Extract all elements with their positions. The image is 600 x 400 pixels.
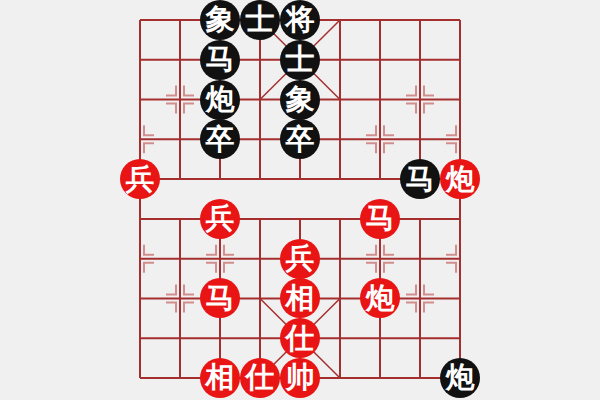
piece-red-horse[interactable]: 马 (200, 278, 240, 318)
piece-red-advisor[interactable]: 仕 (240, 358, 280, 398)
piece-red-soldier[interactable]: 兵 (200, 199, 240, 239)
piece-black-horse[interactable]: 马 (200, 40, 240, 80)
piece-black-soldier[interactable]: 卒 (280, 119, 320, 159)
piece-red-general[interactable]: 帅 (280, 358, 320, 398)
piece-red-advisor[interactable]: 仕 (280, 318, 320, 358)
piece-red-cannon[interactable]: 炮 (440, 159, 480, 199)
piece-black-soldier[interactable]: 卒 (200, 119, 240, 159)
piece-black-cannon[interactable]: 炮 (440, 358, 480, 398)
piece-red-horse[interactable]: 马 (360, 199, 400, 239)
piece-black-horse[interactable]: 马 (400, 159, 440, 199)
piece-black-advisor[interactable]: 士 (240, 0, 280, 40)
piece-red-soldier[interactable]: 兵 (120, 159, 160, 199)
piece-black-elephant[interactable]: 象 (200, 0, 240, 40)
piece-red-soldier[interactable]: 兵 (280, 239, 320, 279)
piece-red-elephant[interactable]: 相 (280, 278, 320, 318)
piece-red-cannon[interactable]: 炮 (360, 278, 400, 318)
piece-black-advisor[interactable]: 士 (280, 40, 320, 80)
piece-black-elephant[interactable]: 象 (280, 80, 320, 120)
xiangqi-board[interactable]: 象士将马士炮象卒卒马炮兵炮兵马兵马相炮仕相仕帅 (120, 0, 480, 398)
xiangqi-board-screen: 象士将马士炮象卒卒马炮兵炮兵马兵马相炮仕相仕帅 (0, 0, 600, 400)
piece-black-cannon[interactable]: 炮 (200, 80, 240, 120)
piece-black-general[interactable]: 将 (280, 0, 320, 40)
piece-red-elephant[interactable]: 相 (200, 358, 240, 398)
